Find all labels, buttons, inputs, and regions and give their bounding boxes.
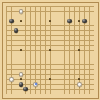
star-point	[49, 49, 51, 51]
star-point	[20, 78, 22, 80]
stone-black-B16	[9, 19, 14, 24]
pieces-layer	[4, 4, 97, 97]
stone-white-B4	[9, 77, 14, 82]
star-point	[78, 20, 80, 22]
last-move-marker	[35, 83, 37, 85]
star-point	[78, 49, 80, 51]
star-point	[49, 78, 51, 80]
stone-white-D5	[19, 72, 24, 77]
stone-black-C14	[14, 28, 19, 33]
star-point	[20, 49, 22, 51]
stone-black-E2	[23, 87, 28, 92]
stone-white-D18	[19, 9, 24, 14]
stone-black-D3	[19, 82, 24, 87]
stone-white-G3	[33, 82, 38, 87]
stone-black-R16	[82, 19, 87, 24]
go-board[interactable]	[0, 0, 100, 100]
stone-black-O16	[67, 19, 72, 24]
star-point	[49, 20, 51, 22]
stone-white-Q3	[77, 82, 82, 87]
star-point	[78, 78, 80, 80]
star-point	[20, 20, 22, 22]
